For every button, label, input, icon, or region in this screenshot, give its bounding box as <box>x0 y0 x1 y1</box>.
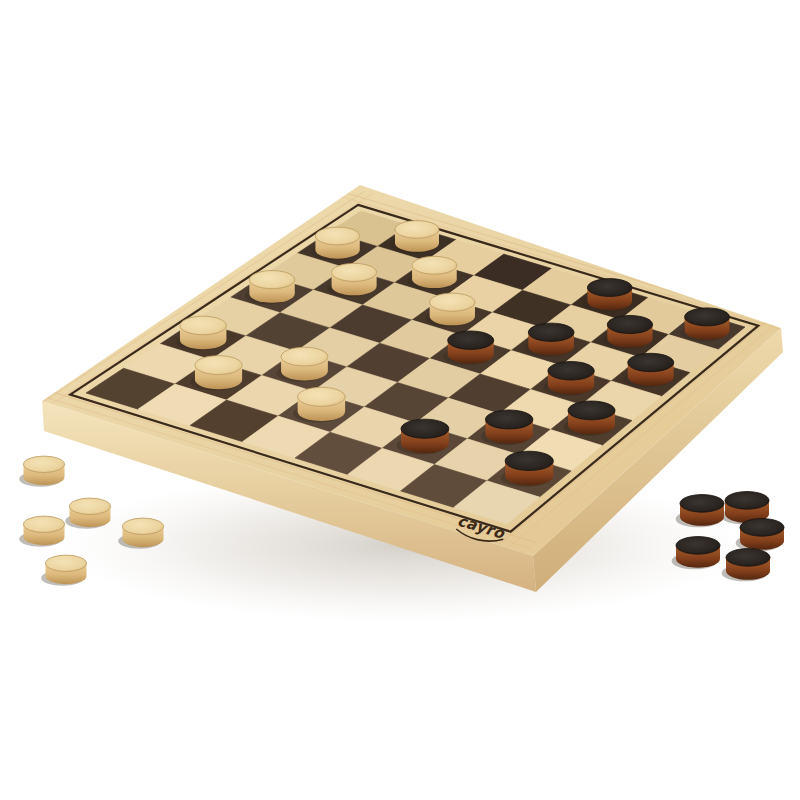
dark-checker-offboard <box>736 519 784 552</box>
checker-top <box>395 221 439 239</box>
checker-top <box>587 279 632 297</box>
dark-checker-c6r1 <box>603 315 653 349</box>
dark-checker-c7r6 <box>501 451 554 487</box>
light-checker-c3r2 <box>425 293 475 327</box>
checker-top <box>180 316 226 335</box>
dark-checker-c6r3 <box>543 362 594 396</box>
checker-top <box>430 293 475 311</box>
dark-checker-c6r5 <box>481 410 533 445</box>
checker-top <box>740 519 784 537</box>
checker-top <box>725 492 769 510</box>
dark-checker-c5r2 <box>524 323 574 357</box>
checker-top <box>249 271 294 289</box>
dark-checker-c7r0 <box>680 308 729 341</box>
checker-top <box>607 315 652 333</box>
dark-checker-c7r4 <box>564 401 615 436</box>
checker-top <box>123 518 164 534</box>
scene: cayro <box>0 0 800 800</box>
dark-checker-c5r0 <box>583 279 632 312</box>
checker-top <box>315 227 359 245</box>
dark-checker-c7r2 <box>623 353 673 387</box>
checker-top <box>568 401 615 420</box>
checker-top <box>195 356 242 375</box>
checker-top <box>332 263 377 281</box>
product-photo-checkers-set: cayro <box>0 0 800 800</box>
light-checker-offboard <box>118 518 163 549</box>
checker-top <box>46 555 87 571</box>
dark-checker-c5r6 <box>397 419 449 455</box>
checker-top <box>685 308 730 326</box>
checker-top <box>505 451 553 470</box>
checker-top <box>528 323 574 341</box>
checker-top <box>448 331 494 349</box>
checker-top <box>401 419 449 438</box>
checker-top <box>680 495 724 513</box>
light-checker-offboard <box>19 456 64 487</box>
light-checker-c0r3 <box>245 271 295 305</box>
checker-top <box>412 256 457 274</box>
dark-checker-c4r3 <box>443 331 493 365</box>
checker-top <box>24 516 65 532</box>
light-checker-c1r2 <box>327 263 376 297</box>
checker-top <box>298 387 346 406</box>
light-checker-offboard <box>65 498 110 529</box>
checker-top <box>676 537 720 555</box>
light-checker-c1r6 <box>191 356 243 391</box>
light-checker-offboard <box>41 555 86 586</box>
light-checker-c2r1 <box>408 256 457 289</box>
checker-top <box>726 549 770 567</box>
checker-top <box>24 456 65 472</box>
checker-top <box>70 498 111 514</box>
checker-top <box>281 347 328 366</box>
light-checker-c0r1 <box>311 227 360 260</box>
checker-top <box>485 410 532 429</box>
dark-checker-offboard <box>676 495 724 528</box>
light-checker-c2r5 <box>277 347 328 382</box>
checker-top <box>548 362 594 381</box>
light-checker-c1r0 <box>391 221 439 254</box>
dark-checker-offboard <box>672 537 720 570</box>
light-checker-offboard <box>19 516 64 547</box>
light-checker-c0r5 <box>176 316 227 351</box>
dark-checker-offboard <box>722 549 770 582</box>
checker-top <box>628 353 674 371</box>
light-checker-c3r6 <box>293 387 345 422</box>
